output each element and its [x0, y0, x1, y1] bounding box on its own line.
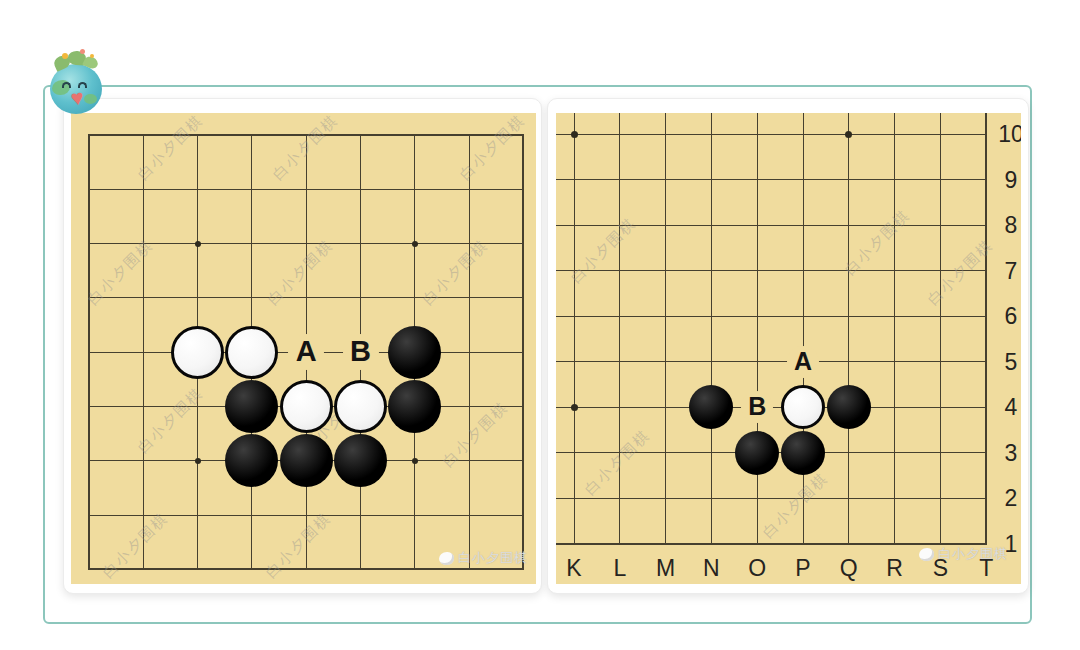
diagonal-watermark: 白小夕围棋 [581, 426, 655, 500]
left-go-board: 白小夕围棋白小夕围棋白小夕围棋白小夕围棋白小夕围棋白小夕围棋白小夕围棋白小夕围棋… [71, 113, 536, 584]
flower-icon [90, 54, 94, 58]
earth-mascot-icon: ♥ [44, 50, 110, 116]
right-go-board: 白小夕围棋白小夕围棋白小夕围棋白小夕围棋白小夕围棋ABKLMNOPQRST109… [556, 113, 1021, 584]
col-label-P: P [788, 557, 818, 579]
col-label-M: M [651, 557, 681, 579]
col-label-Q: Q [834, 557, 864, 579]
col-label-O: O [742, 557, 772, 579]
point-label-A: A [286, 337, 326, 366]
star-point [845, 131, 852, 138]
grid-line-h [556, 179, 987, 180]
row-label-9: 9 [996, 169, 1021, 191]
row-label-3: 3 [996, 442, 1021, 464]
right-board-card: 白小夕围棋白小夕围棋白小夕围棋白小夕围棋白小夕围棋ABKLMNOPQRST109… [547, 98, 1029, 594]
col-label-K: K [559, 557, 589, 579]
grid-line-h [556, 498, 987, 499]
black-stone [388, 326, 441, 379]
black-stone [689, 385, 733, 429]
col-label-R: R [880, 557, 910, 579]
grid-line-v [940, 113, 941, 545]
grid-line-v [711, 113, 712, 545]
flower-icon [80, 49, 85, 54]
diagonal-watermark: 白小夕围棋 [841, 206, 915, 280]
brand-watermark: 白小夕围棋 [919, 545, 1008, 563]
row-label-2: 2 [996, 487, 1021, 509]
brand-watermark-text: 白小夕围棋 [938, 545, 1008, 563]
page-canvas: 白小夕围棋白小夕围棋白小夕围棋白小夕围棋白小夕围棋白小夕围棋白小夕围棋白小夕围棋… [0, 0, 1080, 650]
point-label-A: A [783, 349, 823, 374]
left-board-card: 白小夕围棋白小夕围棋白小夕围棋白小夕围棋白小夕围棋白小夕围棋白小夕围棋白小夕围棋… [63, 98, 542, 594]
black-stone [735, 431, 779, 475]
grid-line-h [556, 225, 987, 226]
grid-line-v [665, 113, 666, 545]
star-point [195, 241, 201, 247]
white-stone [171, 326, 224, 379]
black-stone [388, 380, 441, 433]
row-label-8: 8 [996, 214, 1021, 236]
grid-line-v [848, 113, 849, 545]
grid-line-h [556, 316, 987, 317]
grid-line-h [556, 134, 987, 135]
brand-logo-icon [919, 548, 934, 561]
black-stone [334, 434, 387, 487]
star-point [195, 458, 201, 464]
black-stone [781, 431, 825, 475]
grid-line-v [469, 135, 470, 569]
grid-line-v [985, 113, 987, 545]
col-label-N: N [696, 557, 726, 579]
star-point [571, 131, 578, 138]
star-point [412, 241, 418, 247]
grid-line-h [556, 361, 987, 362]
grid-line-v [619, 113, 620, 545]
brand-logo-icon [439, 552, 454, 565]
grid-line-v [574, 113, 575, 545]
globe-continent [84, 94, 97, 104]
star-point [571, 404, 578, 411]
star-point [412, 458, 418, 464]
black-stone [827, 385, 871, 429]
col-label-L: L [605, 557, 635, 579]
flower-icon [62, 53, 68, 59]
white-stone [781, 385, 825, 429]
grid-line-h [556, 270, 987, 271]
row-label-5: 5 [996, 351, 1021, 373]
diagonal-watermark: 白小夕围棋 [759, 469, 833, 543]
white-stone [334, 380, 387, 433]
black-stone [280, 434, 333, 487]
row-label-6: 6 [996, 305, 1021, 327]
grid-line-v [894, 113, 895, 545]
white-stone [225, 326, 278, 379]
brand-watermark: 白小夕围棋 [439, 549, 528, 567]
row-label-4: 4 [996, 396, 1021, 418]
grid-line-v [803, 113, 804, 545]
grid-line-h [89, 515, 523, 516]
row-label-7: 7 [996, 260, 1021, 282]
white-stone [280, 380, 333, 433]
brand-watermark-text: 白小夕围棋 [458, 549, 528, 567]
point-label-B: B [737, 394, 777, 419]
row-label-10: 10 [996, 123, 1021, 145]
point-label-B: B [341, 337, 381, 366]
grid-line-v [757, 113, 758, 545]
